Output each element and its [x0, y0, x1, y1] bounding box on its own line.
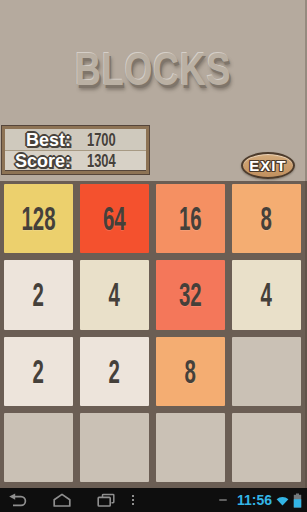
score-panel: Best: 1700 Score: 1304 [2, 126, 149, 174]
best-label: Best: [5, 130, 71, 150]
empty-cell [232, 337, 301, 406]
wifi-icon [276, 495, 289, 506]
score-label: Score: [5, 151, 71, 171]
tile-value: 16 [179, 202, 202, 235]
tile-16: 16 [156, 184, 225, 253]
recent-apps-icon[interactable] [94, 488, 118, 512]
exit-button[interactable]: EXIT [241, 152, 295, 179]
home-icon[interactable] [50, 488, 74, 512]
tile-value: 32 [179, 278, 202, 311]
tile-4: 4 [232, 260, 301, 329]
clock: 11:56 [237, 492, 272, 508]
game-title-text: BLOCKS [75, 46, 231, 92]
back-icon[interactable] [6, 488, 30, 512]
score-value: 1304 [87, 150, 116, 172]
best-score-row: Best: 1700 [5, 129, 146, 150]
tile-value: 2 [33, 355, 44, 388]
tile-value: 8 [261, 202, 272, 235]
exit-button-label: EXIT [249, 158, 286, 173]
tile-8: 8 [232, 184, 301, 253]
tile-128: 128 [4, 184, 73, 253]
empty-cell [80, 413, 149, 482]
empty-cell [232, 413, 301, 482]
app-screen: BLOCKS Best: 1700 Score: 1304 EXIT 12864… [0, 0, 307, 512]
tile-2: 2 [4, 337, 73, 406]
tile-value: 8 [185, 355, 196, 388]
tile-value: 4 [261, 278, 272, 311]
tile-value: 4 [109, 278, 120, 311]
tile-value: 128 [21, 202, 55, 235]
tile-value: 2 [109, 355, 120, 388]
tile-4: 4 [80, 260, 149, 329]
empty-cell [4, 413, 73, 482]
game-title: BLOCKS [0, 46, 307, 92]
current-score-row: Score: 1304 [5, 150, 146, 170]
tile-32: 32 [156, 260, 225, 329]
tile-value: 2 [33, 278, 44, 311]
best-value: 1700 [87, 129, 116, 151]
empty-cell [156, 413, 225, 482]
tile-2: 2 [4, 260, 73, 329]
tile-8: 8 [156, 337, 225, 406]
tile-64: 64 [80, 184, 149, 253]
android-navigation-bar: 11:56 [0, 488, 307, 512]
tile-value: 64 [103, 202, 126, 235]
notification-dash-icon [219, 499, 227, 501]
status-area: 11:56 [219, 488, 302, 512]
tile-2: 2 [80, 337, 149, 406]
battery-icon [293, 493, 302, 508]
menu-overflow-icon[interactable] [126, 488, 140, 512]
game-board[interactable]: 1286416824324228 [0, 181, 307, 488]
